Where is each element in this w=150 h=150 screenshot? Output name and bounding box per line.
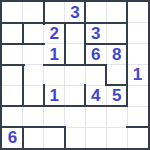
region-border	[84, 22, 107, 24]
cell[interactable]	[65, 44, 86, 65]
given-digit: 4	[91, 87, 100, 104]
cell[interactable]	[2, 106, 23, 127]
region-border	[43, 126, 66, 128]
region-border	[126, 126, 148, 128]
region-border	[105, 22, 128, 24]
cell[interactable]	[127, 2, 148, 23]
region-border	[126, 64, 128, 87]
cell[interactable]: 4	[85, 85, 106, 106]
cell[interactable]	[106, 23, 127, 44]
region-border	[64, 43, 66, 66]
cell[interactable]	[65, 65, 86, 86]
cell[interactable]	[44, 2, 65, 23]
given-digit: 6	[91, 46, 100, 63]
cell[interactable]	[2, 44, 23, 65]
region-border	[84, 84, 86, 107]
cell[interactable]	[65, 127, 86, 148]
cell[interactable]	[23, 2, 44, 23]
cell[interactable]	[85, 127, 106, 148]
cell[interactable]	[23, 127, 44, 148]
region-border	[105, 105, 128, 107]
cell[interactable]	[106, 2, 127, 23]
region-border	[43, 64, 66, 66]
cell[interactable]	[106, 127, 127, 148]
given-digit: 2	[49, 25, 58, 42]
cell[interactable]	[23, 44, 44, 65]
region-border	[22, 84, 24, 107]
cell[interactable]	[127, 23, 148, 44]
cell[interactable]	[127, 85, 148, 106]
region-border	[22, 43, 45, 45]
given-digit: 1	[133, 66, 142, 83]
region-border	[43, 105, 66, 107]
region-border	[64, 64, 87, 66]
cell[interactable]	[127, 127, 148, 148]
cell[interactable]	[65, 106, 86, 127]
region-border	[22, 105, 45, 107]
region-border	[64, 22, 66, 45]
cell[interactable]	[106, 106, 127, 127]
cell[interactable]: 6	[2, 127, 23, 148]
region-border	[105, 43, 128, 45]
cell[interactable]: 5	[106, 85, 127, 106]
cell[interactable]	[85, 65, 106, 86]
region-border	[84, 64, 107, 66]
cell[interactable]: 1	[44, 85, 65, 106]
region-border	[22, 126, 24, 148]
region-border	[64, 105, 87, 107]
cell[interactable]	[23, 65, 44, 86]
puzzle-board: 32316811456	[0, 0, 150, 150]
cell[interactable]	[85, 106, 106, 127]
region-border	[43, 22, 66, 24]
given-digit: 8	[112, 46, 121, 63]
region-border	[105, 64, 107, 87]
region-border	[22, 126, 45, 128]
cell[interactable]: 1	[127, 65, 148, 86]
cell[interactable]	[2, 65, 23, 86]
cell[interactable]	[2, 2, 23, 23]
region-border	[84, 43, 86, 66]
region-border	[84, 105, 107, 107]
cell[interactable]	[2, 85, 23, 106]
given-digit: 6	[8, 129, 17, 146]
given-digit: 3	[70, 4, 79, 21]
cell[interactable]	[85, 2, 106, 23]
cell[interactable]: 3	[65, 2, 86, 23]
region-border	[126, 43, 128, 66]
region-border	[2, 64, 25, 66]
cell[interactable]: 6	[85, 44, 106, 65]
cell[interactable]: 3	[85, 23, 106, 44]
cell[interactable]	[23, 85, 44, 106]
cell[interactable]	[44, 106, 65, 127]
region-border	[126, 22, 128, 45]
cell[interactable]	[65, 85, 86, 106]
region-border	[126, 84, 128, 107]
cell[interactable]	[2, 23, 23, 44]
cell[interactable]	[106, 65, 127, 86]
region-border	[43, 84, 45, 107]
region-border	[22, 22, 24, 45]
given-digit: 1	[49, 46, 58, 63]
app-screen: 32316811456	[0, 0, 150, 150]
region-border	[84, 22, 86, 45]
cell[interactable]: 1	[44, 44, 65, 65]
region-border	[22, 64, 24, 87]
cell[interactable]	[23, 23, 44, 44]
region-border	[64, 22, 87, 24]
given-digit: 5	[112, 87, 121, 104]
cell[interactable]	[65, 23, 86, 44]
region-border	[84, 43, 107, 45]
cell[interactable]	[127, 44, 148, 65]
region-border	[105, 84, 128, 86]
cell[interactable]	[23, 106, 44, 127]
region-border	[64, 126, 66, 148]
given-digit: 3	[91, 25, 100, 42]
cell[interactable]	[44, 65, 65, 86]
cell[interactable]	[127, 106, 148, 127]
given-digit: 1	[49, 87, 58, 104]
cell[interactable]: 2	[44, 23, 65, 44]
cell[interactable]: 8	[106, 44, 127, 65]
cell[interactable]	[44, 127, 65, 148]
region-border	[22, 22, 45, 24]
